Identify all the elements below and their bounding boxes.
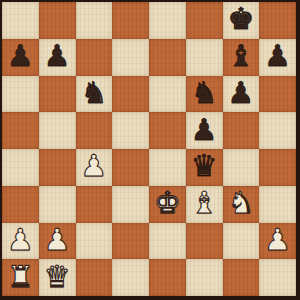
square-d4[interactable] <box>112 149 149 186</box>
square-a7[interactable]: ♟ <box>2 39 39 76</box>
square-g8[interactable]: ♚ <box>223 2 260 39</box>
piece-black-knight[interactable]: ♞ <box>191 78 218 108</box>
piece-black-pawn[interactable]: ♟ <box>227 78 254 108</box>
square-e8[interactable] <box>149 2 186 39</box>
square-a5[interactable] <box>2 112 39 149</box>
piece-white-bishop[interactable]: ♝ <box>191 188 218 218</box>
square-d6[interactable] <box>112 76 149 113</box>
square-b6[interactable] <box>39 76 76 113</box>
piece-white-pawn[interactable]: ♟ <box>44 225 71 255</box>
square-c6[interactable]: ♞ <box>76 76 113 113</box>
chess-board: ♚♟♟♝♟♞♞♟♟♟♛♚♝♞♟♟♟♜♛ <box>2 2 296 296</box>
square-a6[interactable] <box>2 76 39 113</box>
piece-black-pawn[interactable]: ♟ <box>264 41 291 71</box>
piece-white-pawn[interactable]: ♟ <box>80 151 107 181</box>
square-c4[interactable]: ♟ <box>76 149 113 186</box>
square-a8[interactable] <box>2 2 39 39</box>
square-a4[interactable] <box>2 149 39 186</box>
square-f3[interactable]: ♝ <box>186 186 223 223</box>
square-g3[interactable]: ♞ <box>223 186 260 223</box>
piece-black-pawn[interactable]: ♟ <box>7 41 34 71</box>
square-e5[interactable] <box>149 112 186 149</box>
square-h2[interactable]: ♟ <box>259 223 296 260</box>
piece-black-king[interactable]: ♚ <box>227 4 254 34</box>
square-d8[interactable] <box>112 2 149 39</box>
square-d5[interactable] <box>112 112 149 149</box>
square-g7[interactable]: ♝ <box>223 39 260 76</box>
square-f8[interactable] <box>186 2 223 39</box>
piece-white-queen[interactable]: ♛ <box>44 262 71 292</box>
piece-white-rook[interactable]: ♜ <box>7 262 34 292</box>
square-h4[interactable] <box>259 149 296 186</box>
chess-board-frame: ♚♟♟♝♟♞♞♟♟♟♛♚♝♞♟♟♟♜♛ <box>0 0 300 300</box>
square-d2[interactable] <box>112 223 149 260</box>
piece-black-pawn[interactable]: ♟ <box>191 115 218 145</box>
square-c8[interactable] <box>76 2 113 39</box>
square-c3[interactable] <box>76 186 113 223</box>
square-b3[interactable] <box>39 186 76 223</box>
square-c7[interactable] <box>76 39 113 76</box>
piece-black-pawn[interactable]: ♟ <box>44 41 71 71</box>
square-b8[interactable] <box>39 2 76 39</box>
square-f7[interactable] <box>186 39 223 76</box>
square-f1[interactable] <box>186 259 223 296</box>
square-d1[interactable] <box>112 259 149 296</box>
square-e4[interactable] <box>149 149 186 186</box>
square-f6[interactable]: ♞ <box>186 76 223 113</box>
square-e7[interactable] <box>149 39 186 76</box>
square-h1[interactable] <box>259 259 296 296</box>
piece-black-bishop[interactable]: ♝ <box>227 41 254 71</box>
square-b7[interactable]: ♟ <box>39 39 76 76</box>
square-a2[interactable]: ♟ <box>2 223 39 260</box>
square-g5[interactable] <box>223 112 260 149</box>
square-b1[interactable]: ♛ <box>39 259 76 296</box>
square-h3[interactable] <box>259 186 296 223</box>
piece-black-knight[interactable]: ♞ <box>80 78 107 108</box>
square-g2[interactable] <box>223 223 260 260</box>
square-h8[interactable] <box>259 2 296 39</box>
square-c5[interactable] <box>76 112 113 149</box>
square-h6[interactable] <box>259 76 296 113</box>
square-e1[interactable] <box>149 259 186 296</box>
square-f4[interactable]: ♛ <box>186 149 223 186</box>
square-e2[interactable] <box>149 223 186 260</box>
piece-black-queen[interactable]: ♛ <box>191 151 218 181</box>
square-h5[interactable] <box>259 112 296 149</box>
square-b5[interactable] <box>39 112 76 149</box>
piece-white-pawn[interactable]: ♟ <box>7 225 34 255</box>
square-g1[interactable] <box>223 259 260 296</box>
square-b2[interactable]: ♟ <box>39 223 76 260</box>
square-f5[interactable]: ♟ <box>186 112 223 149</box>
piece-white-pawn[interactable]: ♟ <box>264 225 291 255</box>
square-c2[interactable] <box>76 223 113 260</box>
piece-white-king[interactable]: ♚ <box>154 188 181 218</box>
square-e6[interactable] <box>149 76 186 113</box>
square-d7[interactable] <box>112 39 149 76</box>
square-d3[interactable] <box>112 186 149 223</box>
square-b4[interactable] <box>39 149 76 186</box>
square-e3[interactable]: ♚ <box>149 186 186 223</box>
square-a3[interactable] <box>2 186 39 223</box>
square-g4[interactable] <box>223 149 260 186</box>
square-a1[interactable]: ♜ <box>2 259 39 296</box>
piece-white-knight[interactable]: ♞ <box>227 188 254 218</box>
square-g6[interactable]: ♟ <box>223 76 260 113</box>
square-f2[interactable] <box>186 223 223 260</box>
square-c1[interactable] <box>76 259 113 296</box>
square-h7[interactable]: ♟ <box>259 39 296 76</box>
